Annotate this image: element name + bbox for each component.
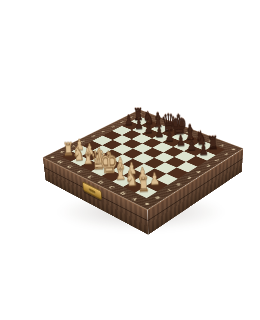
white-rook-glyph: ♜: [132, 174, 155, 195]
clasp-latch: [89, 188, 96, 194]
product-photo-chess-set: HGFEDCBAHGFEDCBA1234567812345678 ♜♞♝♛♚♝♞…: [0, 0, 260, 320]
black-pawn-glyph: ♟: [193, 142, 214, 158]
frame-corner-ornament: [138, 113, 141, 114]
